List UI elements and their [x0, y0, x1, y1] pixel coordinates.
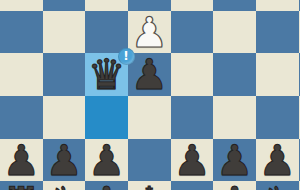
square-g5[interactable] [43, 53, 86, 96]
square-g7[interactable]: ♟ [43, 139, 86, 182]
square-d5[interactable] [171, 53, 214, 96]
square-e6[interactable] [128, 96, 171, 139]
square-f4[interactable] [85, 11, 128, 54]
square-h4[interactable] [0, 11, 43, 54]
square-d4[interactable] [171, 11, 214, 54]
black-pawn[interactable]: ♟ [85, 139, 128, 182]
black-rook[interactable]: ♜ [0, 181, 43, 190]
white-pawn[interactable]: ♟ [128, 11, 171, 54]
square-f3[interactable] [85, 0, 128, 11]
black-bishop[interactable]: ♝ [85, 181, 128, 190]
square-a8[interactable] [299, 181, 300, 190]
square-e7[interactable] [128, 139, 171, 182]
square-b3[interactable] [256, 0, 299, 11]
square-a7[interactable] [299, 139, 300, 182]
black-pawn[interactable]: ♟ [43, 139, 86, 182]
black-pawn[interactable]: ♟ [0, 139, 43, 182]
square-b4[interactable] [256, 11, 299, 54]
black-pawn[interactable]: ♟ [171, 139, 214, 182]
square-f8[interactable]: ♝ [85, 181, 128, 190]
square-b8[interactable]: ♞ [256, 181, 299, 190]
square-d3[interactable] [171, 0, 214, 11]
square-f7[interactable]: ♟ [85, 139, 128, 182]
square-d7[interactable]: ♟ [171, 139, 214, 182]
square-e4[interactable]: ♟ [128, 11, 171, 54]
square-h8[interactable]: ♜ [0, 181, 43, 190]
square-c5[interactable] [213, 53, 256, 96]
square-f6[interactable] [85, 96, 128, 139]
black-knight[interactable]: ♞ [256, 181, 299, 190]
chess-board-viewport: ♟♛♟♟♟♟♟♟♟♜♞♝♚♝♞ ! [0, 0, 300, 190]
square-h7[interactable]: ♟ [0, 139, 43, 182]
square-a5[interactable] [299, 53, 300, 96]
black-pawn[interactable]: ♟ [213, 139, 256, 182]
square-a6[interactable] [299, 96, 300, 139]
square-c3[interactable] [213, 0, 256, 11]
square-h5[interactable] [0, 53, 43, 96]
black-pawn[interactable]: ♟ [256, 139, 299, 182]
black-bishop[interactable]: ♝ [213, 181, 256, 190]
square-d6[interactable] [171, 96, 214, 139]
square-c6[interactable] [213, 96, 256, 139]
square-g3[interactable] [43, 0, 86, 11]
chess-board: ♟♛♟♟♟♟♟♟♟♜♞♝♚♝♞ [0, 0, 300, 190]
black-king[interactable]: ♚ [128, 181, 171, 190]
square-c7[interactable]: ♟ [213, 139, 256, 182]
square-a4[interactable] [299, 11, 300, 54]
black-knight[interactable]: ♞ [43, 181, 86, 190]
square-g4[interactable] [43, 11, 86, 54]
square-h3[interactable] [0, 0, 43, 11]
square-b5[interactable] [256, 53, 299, 96]
square-h6[interactable] [0, 96, 43, 139]
square-b6[interactable] [256, 96, 299, 139]
square-e8[interactable]: ♚ [128, 181, 171, 190]
square-c4[interactable] [213, 11, 256, 54]
square-g8[interactable]: ♞ [43, 181, 86, 190]
square-b7[interactable]: ♟ [256, 139, 299, 182]
square-d8[interactable] [171, 181, 214, 190]
square-a3[interactable] [299, 0, 300, 11]
move-classification-badge: ! [118, 48, 135, 65]
square-g6[interactable] [43, 96, 86, 139]
square-c8[interactable]: ♝ [213, 181, 256, 190]
